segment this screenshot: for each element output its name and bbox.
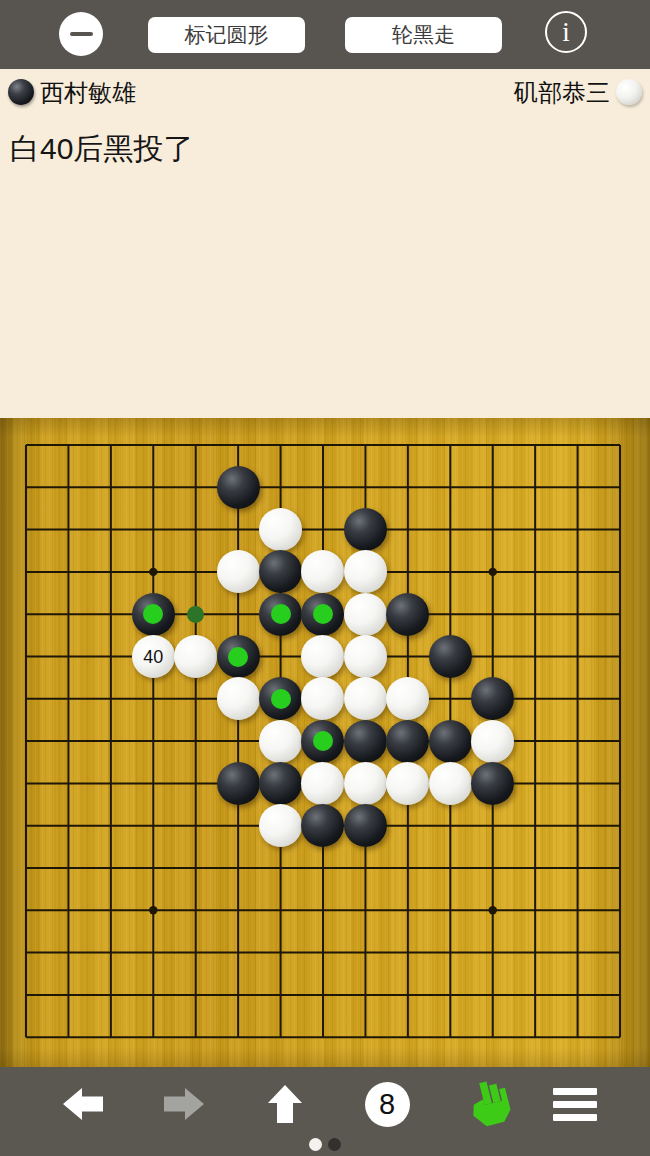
black-stone[interactable] (217, 762, 260, 805)
move-number-label: 40 (143, 648, 163, 666)
up-arrow-icon (266, 1083, 304, 1125)
up-button[interactable] (261, 1080, 309, 1128)
page-indicator (0, 1138, 650, 1151)
menu-button[interactable] (551, 1080, 599, 1128)
black-stone[interactable] (429, 720, 472, 763)
white-stone[interactable] (259, 804, 302, 847)
black-stone[interactable] (132, 593, 175, 636)
bottom-toolbar: 8 (0, 1067, 650, 1156)
minimize-button[interactable] (59, 12, 103, 56)
black-stone[interactable] (259, 677, 302, 720)
white-stone[interactable] (217, 550, 260, 593)
game-comment: 白40后黑投了 (10, 131, 193, 167)
move-counter-button[interactable]: 8 (363, 1080, 411, 1128)
pointer-hand-icon (465, 1080, 513, 1128)
white-stone[interactable] (259, 508, 302, 551)
white-stone[interactable] (386, 677, 429, 720)
black-stone[interactable] (217, 635, 260, 678)
black-stone[interactable] (344, 720, 387, 763)
white-stone[interactable] (386, 762, 429, 805)
black-player-stone-icon (8, 79, 34, 105)
black-player-name: 西村敏雄 (40, 79, 136, 107)
black-stone[interactable] (301, 804, 344, 847)
page-dot-inactive[interactable] (328, 1138, 341, 1151)
black-stone[interactable] (259, 762, 302, 805)
white-stone[interactable] (259, 720, 302, 763)
go-board[interactable]: 40 (0, 418, 650, 1067)
black-stone[interactable] (471, 762, 514, 805)
black-stone[interactable] (259, 593, 302, 636)
white-stone[interactable] (174, 635, 217, 678)
pointer-hand-button[interactable] (465, 1080, 513, 1128)
minus-icon (70, 32, 93, 36)
page-dot-active[interactable] (309, 1138, 322, 1151)
stones-layer: 40 (5, 424, 641, 1058)
forward-button[interactable] (160, 1080, 208, 1128)
white-stone[interactable] (301, 635, 344, 678)
turn-indicator-button[interactable]: 轮黑走 (345, 17, 502, 53)
black-stone[interactable] (471, 677, 514, 720)
white-stone[interactable] (301, 550, 344, 593)
top-bar: 标记圆形 轮黑走 i (0, 0, 650, 69)
black-stone[interactable] (344, 804, 387, 847)
green-dot-empty-mark[interactable] (187, 606, 204, 623)
green-circle-mark (313, 604, 333, 624)
black-stone[interactable] (301, 720, 344, 763)
white-stone[interactable] (344, 677, 387, 720)
black-stone[interactable] (217, 466, 260, 509)
green-circle-mark (143, 604, 163, 624)
black-stone[interactable] (429, 635, 472, 678)
info-icon: i (562, 19, 570, 46)
black-stone[interactable] (386, 720, 429, 763)
black-stone[interactable] (259, 550, 302, 593)
back-arrow-icon (61, 1086, 105, 1122)
white-player-name: 矶部恭三 (514, 79, 610, 107)
white-stone[interactable] (217, 677, 260, 720)
move-counter-badge: 8 (365, 1082, 410, 1127)
forward-arrow-icon (162, 1086, 206, 1122)
white-stone[interactable] (471, 720, 514, 763)
green-circle-mark (271, 604, 291, 624)
move-counter-value: 8 (379, 1088, 395, 1121)
white-stone[interactable] (344, 593, 387, 636)
black-stone[interactable] (301, 593, 344, 636)
player-row: 西村敏雄 矶部恭三 (0, 78, 650, 108)
white-stone[interactable] (344, 635, 387, 678)
white-stone[interactable] (344, 762, 387, 805)
green-circle-mark (228, 647, 248, 667)
white-stone[interactable] (344, 550, 387, 593)
info-pane: 西村敏雄 矶部恭三 白40后黑投了 (0, 69, 650, 418)
white-stone[interactable] (301, 677, 344, 720)
green-circle-mark (313, 731, 333, 751)
white-stone[interactable] (301, 762, 344, 805)
white-stone[interactable]: 40 (132, 635, 175, 678)
menu-icon (553, 1088, 597, 1121)
back-button[interactable] (59, 1080, 107, 1128)
white-player-stone-icon (616, 79, 642, 105)
green-circle-mark (271, 689, 291, 709)
black-stone[interactable] (344, 508, 387, 551)
black-stone[interactable] (386, 593, 429, 636)
info-button[interactable]: i (545, 11, 587, 53)
mark-circle-button[interactable]: 标记圆形 (148, 17, 305, 53)
white-stone[interactable] (429, 762, 472, 805)
